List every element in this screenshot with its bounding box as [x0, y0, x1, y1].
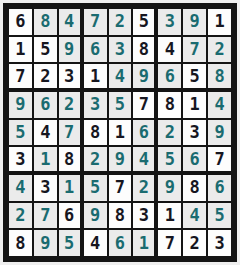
cell-r6c6[interactable]: 4: [132, 146, 157, 174]
cell-r8c4[interactable]: 9: [83, 202, 108, 230]
cell-r3c1[interactable]: 7: [8, 63, 33, 91]
cell-r1c2[interactable]: 8: [33, 8, 58, 36]
cell-r8c1[interactable]: 2: [8, 202, 33, 230]
cell-r3c8[interactable]: 5: [182, 63, 207, 91]
cell-r1c7[interactable]: 3: [157, 8, 182, 36]
cell-r4c1[interactable]: 9: [8, 91, 33, 119]
cell-r9c8[interactable]: 2: [182, 229, 207, 257]
cell-r4c5[interactable]: 5: [108, 91, 133, 119]
cell-r9c3[interactable]: 5: [58, 229, 83, 257]
cell-r3c5[interactable]: 4: [108, 63, 133, 91]
cell-r5c4[interactable]: 8: [83, 119, 108, 147]
cell-r8c5[interactable]: 8: [108, 202, 133, 230]
cell-r6c9[interactable]: 7: [207, 146, 232, 174]
cell-r2c7[interactable]: 4: [157, 36, 182, 64]
cell-r1c6[interactable]: 5: [132, 8, 157, 36]
cell-r7c1[interactable]: 4: [8, 174, 33, 202]
cell-r8c6[interactable]: 3: [132, 202, 157, 230]
cell-r1c3[interactable]: 4: [58, 8, 83, 36]
cell-r4c4[interactable]: 3: [83, 91, 108, 119]
cell-r4c2[interactable]: 6: [33, 91, 58, 119]
cell-r4c7[interactable]: 8: [157, 91, 182, 119]
cell-r1c4[interactable]: 7: [83, 8, 108, 36]
cell-r5c7[interactable]: 2: [157, 119, 182, 147]
cell-r7c2[interactable]: 3: [33, 174, 58, 202]
cell-r5c3[interactable]: 7: [58, 119, 83, 147]
cell-r6c1[interactable]: 3: [8, 146, 33, 174]
cell-r2c6[interactable]: 8: [132, 36, 157, 64]
cell-r8c2[interactable]: 7: [33, 202, 58, 230]
cell-r1c9[interactable]: 1: [207, 8, 232, 36]
cell-r2c4[interactable]: 6: [83, 36, 108, 64]
cell-r2c1[interactable]: 1: [8, 36, 33, 64]
cell-r1c8[interactable]: 9: [182, 8, 207, 36]
cell-r9c1[interactable]: 8: [8, 229, 33, 257]
cell-r4c6[interactable]: 7: [132, 91, 157, 119]
cell-r5c5[interactable]: 1: [108, 119, 133, 147]
cell-r2c3[interactable]: 9: [58, 36, 83, 64]
cell-r7c7[interactable]: 9: [157, 174, 182, 202]
sudoku-board: 6847253911596384727231496589623578145478…: [3, 3, 237, 262]
cell-r8c3[interactable]: 6: [58, 202, 83, 230]
cell-r9c9[interactable]: 3: [207, 229, 232, 257]
cell-r3c6[interactable]: 9: [132, 63, 157, 91]
cell-r6c7[interactable]: 5: [157, 146, 182, 174]
cell-r2c2[interactable]: 5: [33, 36, 58, 64]
cell-r3c9[interactable]: 8: [207, 63, 232, 91]
cell-r9c5[interactable]: 6: [108, 229, 133, 257]
cell-r5c6[interactable]: 6: [132, 119, 157, 147]
cell-r6c2[interactable]: 1: [33, 146, 58, 174]
cell-r1c5[interactable]: 2: [108, 8, 133, 36]
cell-r5c9[interactable]: 9: [207, 119, 232, 147]
cell-r7c4[interactable]: 5: [83, 174, 108, 202]
cell-r7c6[interactable]: 2: [132, 174, 157, 202]
cell-r5c2[interactable]: 4: [33, 119, 58, 147]
cell-r6c4[interactable]: 2: [83, 146, 108, 174]
cell-r3c2[interactable]: 2: [33, 63, 58, 91]
cell-r5c1[interactable]: 5: [8, 119, 33, 147]
cell-r7c3[interactable]: 1: [58, 174, 83, 202]
cell-r8c8[interactable]: 4: [182, 202, 207, 230]
cell-r3c4[interactable]: 1: [83, 63, 108, 91]
cell-r2c5[interactable]: 3: [108, 36, 133, 64]
cell-r2c8[interactable]: 7: [182, 36, 207, 64]
cell-r7c9[interactable]: 6: [207, 174, 232, 202]
cell-r7c5[interactable]: 7: [108, 174, 133, 202]
cell-r8c7[interactable]: 1: [157, 202, 182, 230]
cell-r4c3[interactable]: 2: [58, 91, 83, 119]
cell-r1c1[interactable]: 6: [8, 8, 33, 36]
cell-r7c8[interactable]: 8: [182, 174, 207, 202]
cell-r6c5[interactable]: 9: [108, 146, 133, 174]
cell-r3c3[interactable]: 3: [58, 63, 83, 91]
cell-r3c7[interactable]: 6: [157, 63, 182, 91]
cell-r6c3[interactable]: 8: [58, 146, 83, 174]
cell-r9c2[interactable]: 9: [33, 229, 58, 257]
cell-r6c8[interactable]: 6: [182, 146, 207, 174]
cell-r4c8[interactable]: 1: [182, 91, 207, 119]
cell-r5c8[interactable]: 3: [182, 119, 207, 147]
cell-r8c9[interactable]: 5: [207, 202, 232, 230]
cell-r9c7[interactable]: 7: [157, 229, 182, 257]
cell-r2c9[interactable]: 2: [207, 36, 232, 64]
cell-r9c6[interactable]: 1: [132, 229, 157, 257]
cell-r4c9[interactable]: 4: [207, 91, 232, 119]
cell-r9c4[interactable]: 4: [83, 229, 108, 257]
